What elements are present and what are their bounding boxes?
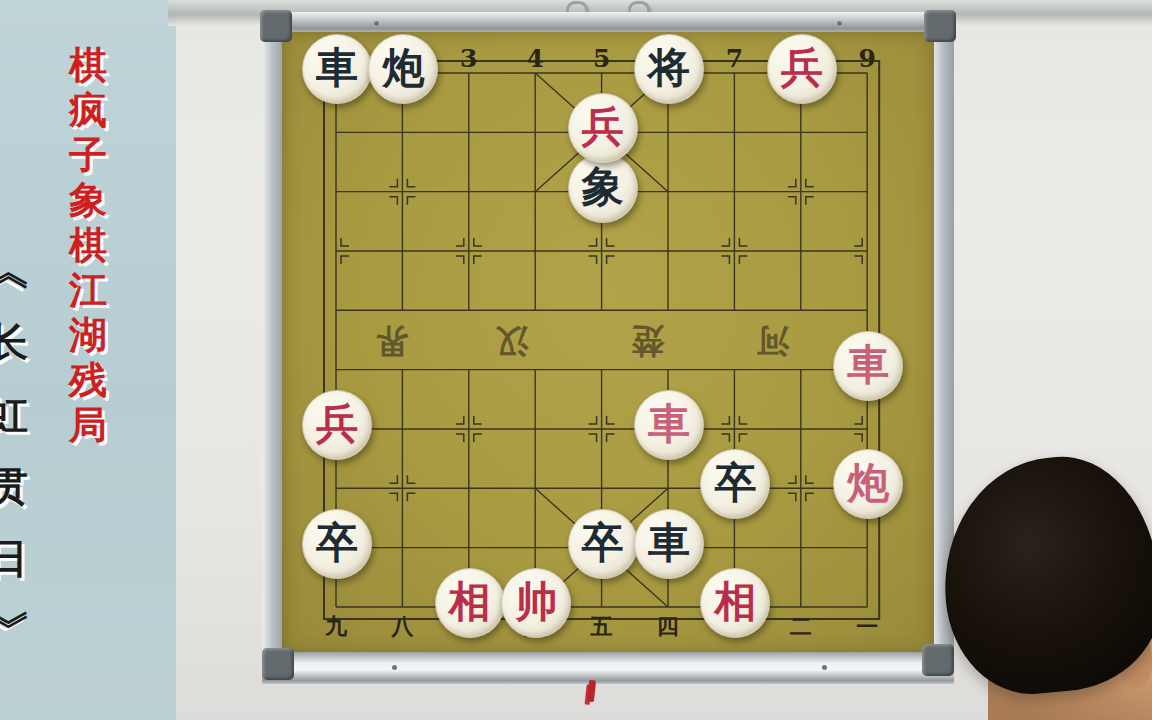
frame-rail-top bbox=[262, 12, 954, 34]
series-col-char: 子 bbox=[66, 136, 110, 174]
file-label-bottom: 九 bbox=[316, 612, 356, 642]
series-col-char: 棋 bbox=[66, 226, 110, 264]
series-col-char: 疯 bbox=[66, 91, 110, 129]
file-label-top: 3 bbox=[449, 44, 489, 73]
screw bbox=[837, 21, 842, 26]
file-label-top: 5 bbox=[582, 44, 622, 73]
piece-black-chariot-b: 車 bbox=[634, 509, 704, 579]
piece-black-soldier-b: 卒 bbox=[302, 509, 372, 579]
screw bbox=[822, 665, 827, 670]
series-col-char: 象 bbox=[66, 181, 110, 219]
series-col-char: 湖 bbox=[66, 316, 110, 354]
file-label-top: 7 bbox=[714, 44, 754, 73]
piece-red-elephant-b: 相 bbox=[700, 568, 770, 638]
piece-red-elephant-a: 相 bbox=[435, 568, 505, 638]
person-head-hair bbox=[934, 449, 1152, 701]
piece-black-cannon: 炮 bbox=[368, 34, 438, 104]
river-character: 界 bbox=[370, 318, 414, 363]
screw bbox=[374, 21, 379, 26]
river-character: 河 bbox=[751, 318, 795, 363]
frame-rail-left bbox=[262, 12, 284, 684]
frame-corner-cap bbox=[262, 648, 294, 680]
piece-black-chariot-a: 車 bbox=[302, 34, 372, 104]
file-label-bottom: 八 bbox=[382, 612, 422, 642]
piece-black-elephant: 象 bbox=[568, 153, 638, 223]
series-col-char: 残 bbox=[66, 361, 110, 399]
river-character: 楚 bbox=[626, 318, 670, 363]
title-col-char: 《 bbox=[0, 248, 28, 292]
piece-red-soldier-b: 兵 bbox=[568, 93, 638, 163]
piece-red-cannon: 炮 bbox=[833, 449, 903, 519]
video-frame: 《长虹贯日》 棋疯子象棋江湖残局 123456789 九八七六五四三二一 界汉楚… bbox=[0, 0, 1152, 720]
piece-red-soldier-c: 兵 bbox=[302, 390, 372, 460]
title-col-char: 长 bbox=[0, 322, 30, 362]
piece-red-chariot-b: 車 bbox=[634, 390, 704, 460]
frame-corner-cap bbox=[924, 10, 956, 42]
frame-corner-cap bbox=[922, 644, 954, 676]
series-col-char: 局 bbox=[66, 406, 110, 444]
screw bbox=[392, 665, 397, 670]
piece-red-soldier-a: 兵 bbox=[767, 34, 837, 104]
file-label-bottom: 二 bbox=[781, 612, 821, 642]
file-label-bottom: 四 bbox=[648, 612, 688, 642]
river-character: 汉 bbox=[490, 318, 534, 363]
file-label-bottom: 一 bbox=[847, 612, 887, 642]
left-title-sidebar: 《长虹贯日》 棋疯子象棋江湖残局 bbox=[0, 0, 176, 720]
piece-red-chariot-a: 車 bbox=[833, 331, 903, 401]
piece-black-soldier-c: 卒 bbox=[568, 509, 638, 579]
file-label-top: 9 bbox=[847, 44, 887, 73]
series-col-char: 棋 bbox=[66, 46, 110, 84]
piece-black-general: 将 bbox=[634, 34, 704, 104]
title-col-char: 》 bbox=[0, 608, 28, 652]
title-col-char: 虹 bbox=[0, 394, 30, 434]
frame-corner-cap bbox=[260, 10, 292, 42]
series-col-char: 江 bbox=[66, 271, 110, 309]
piece-red-general: 帅 bbox=[501, 568, 571, 638]
title-col-char: 贯 bbox=[0, 466, 30, 506]
file-label-top: 4 bbox=[515, 44, 555, 73]
hanging-string bbox=[587, 680, 596, 703]
title-col-char: 日 bbox=[0, 538, 30, 578]
file-label-bottom: 五 bbox=[582, 612, 622, 642]
frame-rail-bottom bbox=[262, 652, 954, 684]
